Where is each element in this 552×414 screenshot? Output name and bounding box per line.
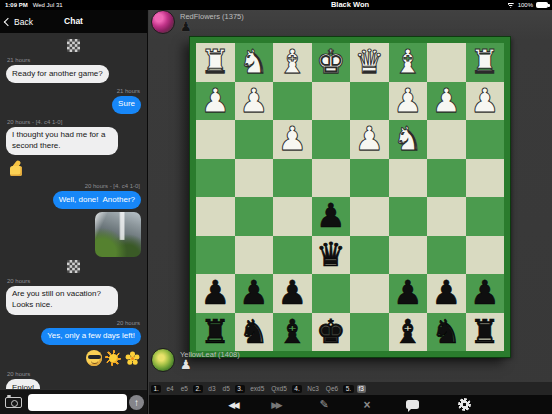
settings-gear-icon[interactable] bbox=[454, 395, 474, 414]
black-pawn: ♟ bbox=[393, 274, 423, 313]
chat-timestamp: 20 hours bbox=[7, 371, 140, 377]
white-pawn: ♟ bbox=[277, 120, 307, 159]
white-pawn: ♟ bbox=[200, 82, 230, 121]
square-h5[interactable] bbox=[196, 197, 235, 236]
white-pawn-icon: ♟ bbox=[180, 357, 192, 373]
square-b2[interactable]: ♟ bbox=[427, 82, 466, 121]
square-h4[interactable] bbox=[196, 159, 235, 198]
square-a4[interactable] bbox=[466, 159, 505, 198]
black-knight: ♞ bbox=[431, 313, 461, 352]
chat-title: Chat bbox=[0, 10, 147, 33]
camera-icon[interactable] bbox=[5, 397, 22, 408]
move-number: 4. bbox=[292, 385, 302, 393]
square-e7[interactable] bbox=[312, 274, 351, 313]
square-g1[interactable]: ♞ bbox=[235, 43, 274, 82]
chessboard-marker-icon[interactable] bbox=[67, 39, 80, 52]
square-h2[interactable]: ♟ bbox=[196, 82, 235, 121]
white-pawn: ♟ bbox=[470, 82, 500, 121]
square-a7[interactable]: ♟ bbox=[466, 274, 505, 313]
chat-panel: Back Chat 21 hoursReady for another game… bbox=[0, 10, 148, 414]
app-screen: 1:09 PM Wed Jul 31 Black Won 100% Back C… bbox=[0, 0, 552, 414]
black-pawn: ♟ bbox=[239, 274, 269, 313]
square-f5[interactable] bbox=[273, 197, 312, 236]
square-c7[interactable]: ♟ bbox=[389, 274, 428, 313]
square-a6[interactable] bbox=[466, 236, 505, 275]
square-c1[interactable]: ♝ bbox=[389, 43, 428, 82]
square-e5[interactable]: ♟ bbox=[312, 197, 351, 236]
black-queen: ♛ bbox=[316, 236, 346, 275]
edit-pencil-icon[interactable]: ✎ bbox=[314, 395, 334, 414]
white-queen: ♛ bbox=[354, 43, 384, 82]
square-h3[interactable] bbox=[196, 120, 235, 159]
square-e3[interactable] bbox=[312, 120, 351, 159]
square-e1[interactable]: ♚ bbox=[312, 43, 351, 82]
clock-date: Wed Jul 31 bbox=[33, 0, 63, 10]
square-a5[interactable] bbox=[466, 197, 505, 236]
square-a1[interactable]: ♜ bbox=[466, 43, 505, 82]
move-current[interactable]: f3 bbox=[357, 385, 366, 393]
white-rook: ♜ bbox=[470, 43, 500, 82]
opponent-avatar[interactable] bbox=[151, 10, 175, 34]
chessboard-marker-icon[interactable] bbox=[67, 260, 80, 273]
square-f6[interactable] bbox=[273, 236, 312, 275]
square-e8[interactable]: ♚ bbox=[312, 313, 351, 352]
status-right: 100% bbox=[507, 0, 548, 10]
square-a2[interactable]: ♟ bbox=[466, 82, 505, 121]
square-d6[interactable] bbox=[350, 236, 389, 275]
square-h6[interactable] bbox=[196, 236, 235, 275]
blossom-emoji bbox=[124, 350, 140, 366]
black-pawn: ♟ bbox=[316, 197, 346, 236]
chat-timestamp: 20 hours - [4. c4 1-0] bbox=[7, 119, 140, 125]
black-pawn: ♟ bbox=[200, 274, 230, 313]
white-bishop: ♝ bbox=[277, 43, 307, 82]
square-a3[interactable] bbox=[466, 120, 505, 159]
move[interactable]: e4 bbox=[164, 385, 175, 393]
chat-bubble-right: Well, done! Another? bbox=[53, 191, 141, 209]
move[interactable]: Nc3 bbox=[305, 385, 321, 393]
square-c6[interactable] bbox=[389, 236, 428, 275]
user-avatar[interactable] bbox=[151, 348, 175, 372]
status-bar: 1:09 PM Wed Jul 31 Black Won 100% bbox=[0, 0, 552, 10]
game-panel: RedFlowers (1375) ♟ ♜♞♝♚♛♝♜♟♟♟♟♟♟♟♞♟♛♟♟♟… bbox=[149, 10, 552, 414]
sun-emoji bbox=[105, 350, 121, 366]
chat-bubble-right: Yes, only a few days left! bbox=[41, 328, 141, 346]
black-pawn: ♟ bbox=[431, 274, 461, 313]
square-c4[interactable] bbox=[389, 159, 428, 198]
send-button[interactable]: ↑ bbox=[129, 395, 144, 410]
sunglasses-face-emoji bbox=[86, 350, 102, 366]
chat-timestamp: 20 hours - [4. c4 1-0] bbox=[7, 183, 140, 189]
square-g3[interactable] bbox=[235, 120, 274, 159]
square-d7[interactable] bbox=[350, 274, 389, 313]
chat-bubble-right: Sure bbox=[112, 96, 141, 114]
photo-attachment[interactable] bbox=[95, 212, 141, 257]
square-d4[interactable] bbox=[350, 159, 389, 198]
move-number: 3. bbox=[235, 385, 245, 393]
black-rook: ♜ bbox=[470, 313, 500, 352]
white-pawn: ♟ bbox=[354, 120, 384, 159]
square-b6[interactable] bbox=[427, 236, 466, 275]
bottom-toolbar: ◀◀ ▶▶ ✎ × bbox=[149, 395, 552, 414]
move-number: 5. bbox=[343, 385, 353, 393]
square-f2[interactable] bbox=[273, 82, 312, 121]
chat-timestamp: 20 hours bbox=[7, 278, 140, 284]
move[interactable]: exd5 bbox=[248, 385, 266, 393]
square-c8[interactable]: ♝ bbox=[389, 313, 428, 352]
black-bishop: ♝ bbox=[277, 313, 307, 352]
white-pawn: ♟ bbox=[431, 82, 461, 121]
white-pawn: ♟ bbox=[239, 82, 269, 121]
square-c5[interactable] bbox=[389, 197, 428, 236]
square-e4[interactable] bbox=[312, 159, 351, 198]
square-d1[interactable]: ♛ bbox=[350, 43, 389, 82]
square-b3[interactable] bbox=[427, 120, 466, 159]
move-list: 1.e4e52.d3d53.exd5Qxd54.Nc3Qe65.f3 bbox=[149, 382, 552, 395]
square-d2[interactable] bbox=[350, 82, 389, 121]
square-d3[interactable]: ♟ bbox=[350, 120, 389, 159]
black-pawn-icon: ♟ bbox=[180, 19, 192, 35]
emoji-message bbox=[7, 350, 140, 366]
chat-bubble-left: I thought you had me for a second there. bbox=[6, 127, 118, 156]
chat-timestamp: 21 hours bbox=[7, 57, 140, 63]
square-b7[interactable]: ♟ bbox=[427, 274, 466, 313]
square-b4[interactable] bbox=[427, 159, 466, 198]
white-rook: ♜ bbox=[200, 43, 230, 82]
square-e6[interactable]: ♛ bbox=[312, 236, 351, 275]
status-left: 1:09 PM Wed Jul 31 bbox=[5, 0, 63, 10]
square-h7[interactable]: ♟ bbox=[196, 274, 235, 313]
square-f8[interactable]: ♝ bbox=[273, 313, 312, 352]
square-f3[interactable]: ♟ bbox=[273, 120, 312, 159]
square-h8[interactable]: ♜ bbox=[196, 313, 235, 352]
white-pawn: ♟ bbox=[393, 82, 423, 121]
square-g7[interactable]: ♟ bbox=[235, 274, 274, 313]
black-pawn: ♟ bbox=[470, 274, 500, 313]
square-g5[interactable] bbox=[235, 197, 274, 236]
chat-timestamp: 20 hours bbox=[7, 320, 140, 326]
move[interactable]: Qe6 bbox=[324, 385, 340, 393]
square-h1[interactable]: ♜ bbox=[196, 43, 235, 82]
move-number: 1. bbox=[151, 385, 161, 393]
square-e2[interactable] bbox=[312, 82, 351, 121]
chat-bubble-left: Are you still on vacation? Looks nice. bbox=[6, 286, 118, 315]
chat-bubble-left: Ready for another game? bbox=[6, 65, 109, 83]
battery-percent: 100% bbox=[518, 0, 533, 10]
square-f4[interactable] bbox=[273, 159, 312, 198]
game-result-title: Black Won bbox=[148, 0, 552, 10]
square-f1[interactable]: ♝ bbox=[273, 43, 312, 82]
square-b8[interactable]: ♞ bbox=[427, 313, 466, 352]
black-bishop: ♝ bbox=[393, 313, 423, 352]
black-king: ♚ bbox=[316, 313, 346, 352]
square-d8[interactable] bbox=[350, 313, 389, 352]
move[interactable]: e5 bbox=[179, 385, 190, 393]
white-bishop: ♝ bbox=[393, 43, 423, 82]
black-rook: ♜ bbox=[200, 313, 230, 352]
square-f7[interactable]: ♟ bbox=[273, 274, 312, 313]
battery-icon bbox=[536, 2, 548, 8]
chess-board: ♜♞♝♚♛♝♜♟♟♟♟♟♟♟♞♟♛♟♟♟♟♟♟♜♞♝♚♝♞♜ bbox=[190, 37, 510, 357]
square-g8[interactable]: ♞ bbox=[235, 313, 274, 352]
move[interactable]: d3 bbox=[206, 385, 217, 393]
chat-bubble-icon[interactable] bbox=[402, 395, 422, 414]
chat-timestamp: 21 hours bbox=[7, 88, 140, 94]
close-x-icon[interactable]: × bbox=[357, 395, 377, 414]
black-pawn: ♟ bbox=[277, 274, 307, 313]
white-knight: ♞ bbox=[393, 120, 423, 159]
move[interactable]: d5 bbox=[221, 385, 232, 393]
black-knight: ♞ bbox=[239, 313, 269, 352]
square-b1[interactable] bbox=[427, 43, 466, 82]
emoji-message bbox=[7, 160, 140, 178]
square-d5[interactable] bbox=[350, 197, 389, 236]
clock-time: 1:09 PM bbox=[5, 0, 28, 10]
chat-message-input[interactable] bbox=[28, 394, 127, 411]
square-g6[interactable] bbox=[235, 236, 274, 275]
rewind-icon[interactable]: ◀◀ bbox=[224, 395, 244, 414]
wifi-icon bbox=[507, 2, 515, 8]
square-b5[interactable] bbox=[427, 197, 466, 236]
move-number: 2. bbox=[193, 385, 203, 393]
white-king: ♚ bbox=[316, 43, 346, 82]
move[interactable]: Qxd5 bbox=[269, 385, 289, 393]
thumbs-up-emoji bbox=[7, 160, 25, 178]
chat-message-list[interactable]: 21 hoursReady for another game?21 hoursS… bbox=[0, 33, 147, 389]
square-g2[interactable]: ♟ bbox=[235, 82, 274, 121]
square-c2[interactable]: ♟ bbox=[389, 82, 428, 121]
fast-forward-icon[interactable]: ▶▶ bbox=[267, 395, 287, 414]
square-c3[interactable]: ♞ bbox=[389, 120, 428, 159]
white-knight: ♞ bbox=[239, 43, 269, 82]
chat-bubble-left: Enjoy! bbox=[6, 379, 40, 389]
square-a8[interactable]: ♜ bbox=[466, 313, 505, 352]
chat-nav-bar: Back Chat bbox=[0, 10, 147, 33]
square-g4[interactable] bbox=[235, 159, 274, 198]
chat-input-bar: ↑ bbox=[0, 389, 147, 414]
